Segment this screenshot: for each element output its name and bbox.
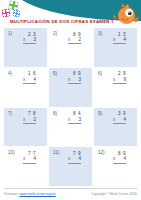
- multiplier-row: x4: [23, 77, 36, 84]
- multiplier: 3: [33, 37, 36, 42]
- problem-6: 6) 29 x9: [94, 68, 137, 107]
- multiply-sign: x: [23, 117, 25, 122]
- multiply-sign: x: [23, 37, 25, 42]
- dice-logo-icon: [2, 1, 24, 21]
- multiplicand: 16: [23, 71, 38, 76]
- visit-us-text: Visítanoswww.math-center.org/es: [4, 192, 56, 196]
- multiplier-row: x2: [68, 37, 81, 44]
- multiplier: 2: [78, 37, 81, 42]
- multiplicand: 77: [23, 151, 38, 156]
- multiplication-column: 16 x4: [23, 71, 36, 84]
- multiplier-row: x4: [113, 117, 126, 124]
- multiplier-row: x3: [23, 37, 36, 44]
- multiplication-column: 13 x4: [113, 32, 126, 45]
- multiplier-row: x2: [23, 117, 36, 124]
- problem-number: 10): [8, 150, 15, 155]
- multiplicand: 89: [68, 32, 83, 37]
- problem-8: 8) 84 x3: [49, 108, 92, 147]
- multiplier: 4: [78, 156, 81, 161]
- problem-9: 9) 39 x4: [94, 108, 137, 147]
- problem-1: 1) 23 x3: [4, 28, 47, 67]
- multiplicand: 39: [113, 111, 128, 116]
- multiplicand: 89: [68, 71, 83, 76]
- worksheet-footer: Visítanoswww.math-center.org/es Copyrigh…: [4, 192, 137, 196]
- problem-number: 12): [98, 150, 105, 155]
- multiplication-column: 77 x4: [23, 151, 36, 164]
- problem-number: 8): [53, 111, 57, 116]
- multiplier: 4: [123, 117, 126, 122]
- multiplication-column: 29 x9: [113, 71, 126, 84]
- multiplicand: 29: [113, 71, 128, 76]
- footer-divider: [4, 188, 137, 189]
- problem-7: 7) 78 x2: [4, 108, 47, 147]
- multiplicand: 79: [68, 151, 83, 156]
- multiplier: 4: [123, 37, 126, 42]
- multiply-sign: x: [68, 117, 70, 122]
- multiplication-column: 39 x4: [113, 111, 126, 124]
- problem-number: 3): [98, 31, 102, 36]
- fish-mascot-icon: [113, 3, 140, 26]
- multiplication-column: 79 x4: [68, 151, 81, 164]
- multiply-sign: x: [68, 37, 70, 42]
- problem-number: 5): [53, 71, 57, 76]
- problem-number: 7): [8, 111, 12, 116]
- problem-number: 1): [8, 31, 12, 36]
- multiplier: 4: [33, 77, 36, 82]
- multiplication-column: 23 x3: [23, 32, 36, 45]
- multiplication-column: 89 x2: [68, 32, 81, 45]
- problem-12: 12) 89 x4: [94, 147, 137, 186]
- problems-grid: 1) 23 x3 2) 89 x2 3) 13 x4 4) 16 x4 5) 8…: [4, 28, 137, 186]
- problem-number: 4): [8, 71, 12, 76]
- problem-number: 2): [53, 31, 57, 36]
- problem-number: 9): [98, 111, 102, 116]
- blue-die-icon: [12, 9, 21, 18]
- problem-5: 5) 89 x3: [49, 68, 92, 107]
- multiplier-row: x3: [68, 117, 81, 124]
- problem-3: 3) 13 x4: [94, 28, 137, 67]
- multiplicand: 78: [23, 111, 38, 116]
- multiplier: 4: [33, 156, 36, 161]
- multiplicand: 23: [23, 32, 38, 37]
- multiply-sign: x: [113, 117, 115, 122]
- copyright-text: Copyright © Math Center 2020: [91, 192, 137, 196]
- problem-10: 10) 77 x4: [4, 147, 47, 186]
- multiply-sign: x: [113, 156, 115, 161]
- multiplicand: 89: [113, 151, 128, 156]
- multiplication-column: 89 x3: [68, 71, 81, 84]
- problem-11: 11) 79 x4: [49, 147, 92, 186]
- multiplier: 2: [33, 117, 36, 122]
- multiplication-column: 89 x4: [113, 151, 126, 164]
- multiplier: 3: [78, 117, 81, 122]
- multiplier: 9: [123, 77, 126, 82]
- multiplier: 3: [78, 77, 81, 82]
- worksheet-header: MULTIPLICACIÓN DE DOS CIFRAS EXAMEN 1: [0, 0, 141, 27]
- multiplier-row: x3: [68, 77, 81, 84]
- multiplicand: 84: [68, 111, 83, 116]
- pink-die-icon: [1, 8, 10, 17]
- multiply-sign: x: [113, 37, 115, 42]
- problem-number: 11): [53, 150, 59, 155]
- multiply-sign: x: [68, 77, 70, 82]
- multiplier-row: x4: [113, 156, 126, 163]
- problem-2: 2) 89 x2: [49, 28, 92, 67]
- multiplier-row: x4: [23, 156, 36, 163]
- multiplier-row: x4: [113, 37, 126, 44]
- multiplication-column: 78 x2: [23, 111, 36, 124]
- multiply-sign: x: [68, 156, 70, 161]
- multiply-sign: x: [23, 77, 25, 82]
- website-link[interactable]: www.math-center.org/es: [19, 192, 55, 196]
- multiplicand: 13: [113, 32, 128, 37]
- problem-4: 4) 16 x4: [4, 68, 47, 107]
- problem-number: 6): [98, 71, 102, 76]
- multiplier: 4: [123, 156, 126, 161]
- multiplier-row: x4: [68, 156, 81, 163]
- multiplication-column: 84 x3: [68, 111, 81, 124]
- multiply-sign: x: [113, 77, 115, 82]
- multiplier-row: x9: [113, 77, 126, 84]
- multiply-sign: x: [23, 156, 25, 161]
- worksheet-title: MULTIPLICACIÓN DE DOS CIFRAS EXAMEN 1: [10, 19, 115, 24]
